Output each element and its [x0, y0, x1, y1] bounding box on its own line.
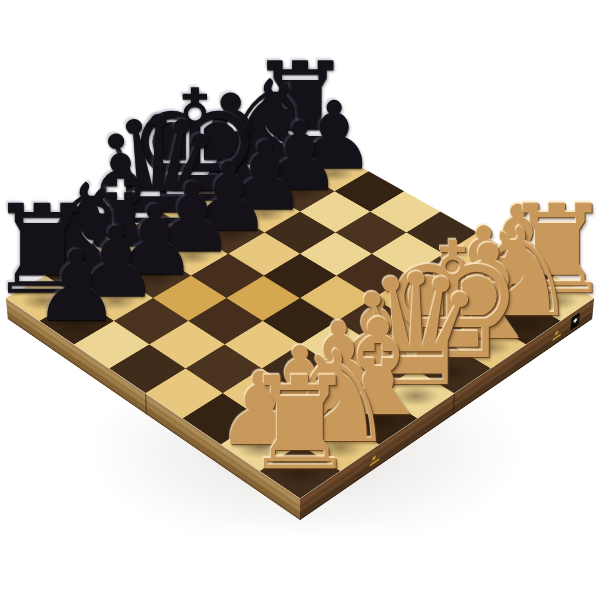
piece-white-rook-a1[interactable]: ♜: [243, 360, 357, 487]
pieces-layer: ♜♞♟♝♟♚♟♛♟♝♟♞♟♟♜♟♟♜♟♟♞♟♝♟♚♟♛♟♝♟♞♜: [0, 0, 600, 600]
product-photo-stage: ♚ ♚ ♜♞♟♝♟♚♟♛♟♝♟♞♟♟♜♟♟♜♟♟♞♟♝♟♚♟♛♟♝♟♞♜: [0, 0, 600, 600]
piece-black-pawn-a7[interactable]: ♟: [33, 238, 120, 335]
